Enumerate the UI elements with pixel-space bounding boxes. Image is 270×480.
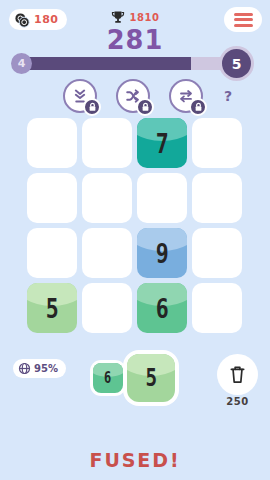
empty-cell[interactable]: [82, 283, 132, 333]
empty-cell[interactable]: [192, 173, 242, 223]
queue-tile-current[interactable]: 5: [127, 354, 175, 402]
tile-7[interactable]: 7: [137, 118, 187, 168]
empty-cell[interactable]: [27, 228, 77, 278]
menu-icon: [234, 13, 253, 16]
swap-button[interactable]: [169, 79, 203, 113]
trash-cost: 250: [217, 396, 258, 407]
lock-icon: [88, 102, 97, 112]
empty-cell[interactable]: [82, 228, 132, 278]
trash-button[interactable]: [217, 354, 258, 395]
level-progress-fill: [20, 57, 191, 70]
empty-cell[interactable]: [192, 118, 242, 168]
empty-cell[interactable]: [82, 118, 132, 168]
lock-badge: [136, 98, 154, 116]
lock-badge: [83, 98, 101, 116]
game-screen: 180 1810 281 4 5: [0, 0, 270, 480]
empty-cell[interactable]: [27, 118, 77, 168]
level-current-badge: 4: [11, 53, 32, 74]
tile-value: 6: [155, 293, 168, 324]
globe-icon: [18, 362, 31, 375]
score-value: 281: [7, 24, 264, 55]
tile-value: 5: [45, 293, 58, 324]
empty-cell[interactable]: [82, 173, 132, 223]
tile-value: 7: [155, 128, 168, 159]
queue-tile-next: 6: [93, 363, 123, 393]
tile-9[interactable]: 9: [137, 228, 187, 278]
empty-cell[interactable]: [192, 228, 242, 278]
empty-cell[interactable]: [27, 173, 77, 223]
trophy-icon: [111, 10, 125, 24]
lock-icon: [194, 102, 203, 112]
shuffle-button[interactable]: [116, 79, 150, 113]
help-button[interactable]: ?: [218, 88, 238, 104]
fast-drop-button[interactable]: [63, 79, 97, 113]
tile-value: 9: [155, 238, 168, 269]
board: 7956: [27, 118, 242, 333]
lock-icon: [141, 102, 150, 112]
empty-cell[interactable]: [192, 283, 242, 333]
trash-icon: [228, 364, 247, 385]
level-next-badge: 5: [222, 49, 251, 78]
level-progress-track: [20, 57, 248, 70]
fused-banner: FUSED!: [7, 448, 264, 472]
trophy-value: 1810: [130, 12, 160, 23]
empty-cell[interactable]: [137, 173, 187, 223]
lock-badge: [189, 98, 207, 116]
percent-badge[interactable]: 95%: [13, 359, 66, 378]
tile-6[interactable]: 6: [137, 283, 187, 333]
percent-value: 95%: [34, 363, 58, 374]
tile-5[interactable]: 5: [27, 283, 77, 333]
next-tiles-queue: 6 5: [93, 351, 177, 405]
